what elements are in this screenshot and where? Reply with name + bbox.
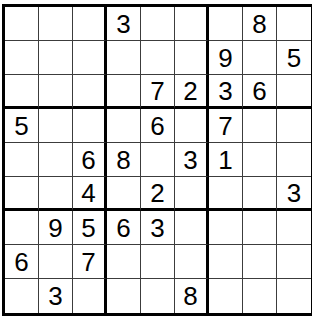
cell-r8c7[interactable] bbox=[209, 245, 243, 279]
cell-r7c4[interactable]: 6 bbox=[107, 211, 141, 245]
cell-r5c1[interactable] bbox=[5, 143, 39, 177]
cell-r5c8[interactable] bbox=[243, 143, 277, 177]
cell-r6c5[interactable]: 2 bbox=[141, 177, 175, 211]
cell-r5c5[interactable] bbox=[141, 143, 175, 177]
cell-r5c3[interactable]: 6 bbox=[73, 143, 107, 177]
cell-r6c8[interactable] bbox=[243, 177, 277, 211]
cell-r2c1[interactable] bbox=[5, 41, 39, 75]
sudoku-board: 38957236567683142395636738 bbox=[2, 4, 312, 316]
cell-r2c7[interactable]: 9 bbox=[209, 41, 243, 75]
cell-r2c8[interactable] bbox=[243, 41, 277, 75]
cell-r3c2[interactable] bbox=[39, 75, 73, 109]
page: 38957236567683142395636738 bbox=[0, 0, 312, 316]
cell-r1c2[interactable] bbox=[39, 7, 73, 41]
cell-r4c8[interactable] bbox=[243, 109, 277, 143]
cell-r7c3[interactable]: 5 bbox=[73, 211, 107, 245]
cell-r6c9[interactable]: 3 bbox=[277, 177, 311, 211]
cell-r1c5[interactable] bbox=[141, 7, 175, 41]
cell-r4c4[interactable] bbox=[107, 109, 141, 143]
cell-r3c6[interactable]: 2 bbox=[175, 75, 209, 109]
cell-r2c3[interactable] bbox=[73, 41, 107, 75]
cell-r9c8[interactable] bbox=[243, 279, 277, 313]
cell-r3c7[interactable]: 3 bbox=[209, 75, 243, 109]
cell-r6c1[interactable] bbox=[5, 177, 39, 211]
cell-r3c5[interactable]: 7 bbox=[141, 75, 175, 109]
cell-r6c7[interactable] bbox=[209, 177, 243, 211]
cell-r7c1[interactable] bbox=[5, 211, 39, 245]
cell-r5c2[interactable] bbox=[39, 143, 73, 177]
cell-r7c5[interactable]: 3 bbox=[141, 211, 175, 245]
cell-r4c5[interactable]: 6 bbox=[141, 109, 175, 143]
cell-r9c1[interactable] bbox=[5, 279, 39, 313]
cell-r7c2[interactable]: 9 bbox=[39, 211, 73, 245]
cell-r2c9[interactable]: 5 bbox=[277, 41, 311, 75]
cell-r2c2[interactable] bbox=[39, 41, 73, 75]
cell-r8c5[interactable] bbox=[141, 245, 175, 279]
cell-r1c6[interactable] bbox=[175, 7, 209, 41]
cell-r6c4[interactable] bbox=[107, 177, 141, 211]
cell-r8c4[interactable] bbox=[107, 245, 141, 279]
cell-r6c6[interactable] bbox=[175, 177, 209, 211]
cell-r1c4[interactable]: 3 bbox=[107, 7, 141, 41]
cell-r7c9[interactable] bbox=[277, 211, 311, 245]
cell-r4c3[interactable] bbox=[73, 109, 107, 143]
cell-r3c3[interactable] bbox=[73, 75, 107, 109]
cell-r8c1[interactable]: 6 bbox=[5, 245, 39, 279]
cell-r9c6[interactable]: 8 bbox=[175, 279, 209, 313]
cell-r9c9[interactable] bbox=[277, 279, 311, 313]
cell-r8c9[interactable] bbox=[277, 245, 311, 279]
cell-r9c2[interactable]: 3 bbox=[39, 279, 73, 313]
cell-r5c4[interactable]: 8 bbox=[107, 143, 141, 177]
cell-r9c4[interactable] bbox=[107, 279, 141, 313]
cell-r3c4[interactable] bbox=[107, 75, 141, 109]
cell-r3c9[interactable] bbox=[277, 75, 311, 109]
cell-r4c2[interactable] bbox=[39, 109, 73, 143]
cell-r1c9[interactable] bbox=[277, 7, 311, 41]
cell-r4c1[interactable]: 5 bbox=[5, 109, 39, 143]
cell-r4c7[interactable]: 7 bbox=[209, 109, 243, 143]
cell-r4c6[interactable] bbox=[175, 109, 209, 143]
cell-r6c2[interactable] bbox=[39, 177, 73, 211]
cell-r6c3[interactable]: 4 bbox=[73, 177, 107, 211]
cell-r2c4[interactable] bbox=[107, 41, 141, 75]
cell-r3c1[interactable] bbox=[5, 75, 39, 109]
cell-r8c6[interactable] bbox=[175, 245, 209, 279]
cell-r9c3[interactable] bbox=[73, 279, 107, 313]
cell-r1c3[interactable] bbox=[73, 7, 107, 41]
cell-r4c9[interactable] bbox=[277, 109, 311, 143]
cell-r5c7[interactable]: 1 bbox=[209, 143, 243, 177]
cell-r7c6[interactable] bbox=[175, 211, 209, 245]
cell-r2c5[interactable] bbox=[141, 41, 175, 75]
cell-r2c6[interactable] bbox=[175, 41, 209, 75]
cell-r3c8[interactable]: 6 bbox=[243, 75, 277, 109]
cell-r1c7[interactable] bbox=[209, 7, 243, 41]
cell-r5c9[interactable] bbox=[277, 143, 311, 177]
cell-r8c2[interactable] bbox=[39, 245, 73, 279]
cell-r7c8[interactable] bbox=[243, 211, 277, 245]
cell-r5c6[interactable]: 3 bbox=[175, 143, 209, 177]
cell-r8c8[interactable] bbox=[243, 245, 277, 279]
cell-r9c5[interactable] bbox=[141, 279, 175, 313]
cell-r8c3[interactable]: 7 bbox=[73, 245, 107, 279]
cell-r7c7[interactable] bbox=[209, 211, 243, 245]
cell-r9c7[interactable] bbox=[209, 279, 243, 313]
cell-r1c8[interactable]: 8 bbox=[243, 7, 277, 41]
cell-r1c1[interactable] bbox=[5, 7, 39, 41]
